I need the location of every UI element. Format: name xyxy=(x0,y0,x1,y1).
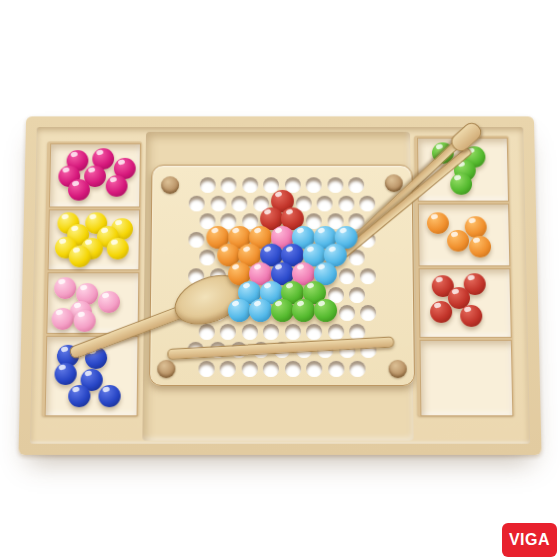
tray-bead-orange xyxy=(447,230,469,252)
peg-hole xyxy=(350,361,366,377)
peg-hole xyxy=(242,177,258,193)
peg-hole xyxy=(189,195,205,211)
tray-bead-pink xyxy=(54,277,76,299)
tray-bead-green xyxy=(450,173,472,194)
tray-bead-yellow xyxy=(69,246,91,268)
peg-hole xyxy=(198,361,214,377)
peg-hole xyxy=(242,324,258,340)
tray-bead-red xyxy=(430,301,452,323)
tray-compartment-magenta xyxy=(49,143,141,207)
bead-green xyxy=(292,299,315,322)
peg-hole xyxy=(188,232,204,248)
bead-green xyxy=(313,299,336,322)
tray-bead-blue xyxy=(98,385,121,407)
viga-logo-text: VIGA xyxy=(509,531,550,549)
tray-bead-orange xyxy=(427,212,449,234)
peg-hole xyxy=(339,305,355,321)
peg-hole xyxy=(200,177,216,193)
tray-bead-magenta xyxy=(106,175,128,196)
peg-hole xyxy=(306,324,322,340)
peg-hole xyxy=(327,177,343,193)
peg-hole xyxy=(285,361,301,377)
peg-hole xyxy=(349,177,365,193)
viga-logo: VIGA xyxy=(502,523,557,557)
peg-hole xyxy=(349,287,365,303)
bead-light-blue xyxy=(249,299,272,322)
peg-hole xyxy=(220,361,236,377)
peg-hole xyxy=(199,250,215,266)
tray-bead-magenta xyxy=(68,179,90,200)
tray-bead-yellow xyxy=(107,238,129,260)
tray-compartment-orange xyxy=(418,204,510,267)
dowel-peg-bottom-left xyxy=(157,360,175,378)
peg-hole xyxy=(210,195,226,211)
dowel-peg-top-right xyxy=(385,174,403,192)
tray-bead-blue xyxy=(68,385,91,407)
peg-hole xyxy=(241,361,257,377)
peg-hole xyxy=(285,324,301,340)
peg-hole xyxy=(263,361,279,377)
tray-bead-orange xyxy=(469,236,491,258)
peg-hole xyxy=(360,305,376,321)
tray-compartment-empty xyxy=(419,340,513,416)
wooden-tray xyxy=(18,116,541,455)
peg-hole xyxy=(198,324,214,340)
peg-hole xyxy=(338,268,354,284)
peg-hole xyxy=(317,195,333,211)
tray-compartment-yellow xyxy=(48,209,141,270)
peg-hole xyxy=(263,324,279,340)
peg-hole xyxy=(221,177,237,193)
peg-hole xyxy=(306,361,322,377)
peg-hole xyxy=(306,177,322,193)
dowel-peg-top-left xyxy=(161,176,179,194)
peg-hole xyxy=(360,268,376,284)
peg-hole xyxy=(338,195,354,211)
dowel-peg-bottom-right xyxy=(389,360,407,378)
tray-compartment-red xyxy=(419,268,512,338)
tray-bead-red xyxy=(460,305,482,327)
bead-light-blue xyxy=(227,299,250,322)
peg-hole xyxy=(231,195,247,211)
peg-hole xyxy=(328,324,344,340)
tray-bead-blue xyxy=(54,363,77,385)
peg-hole xyxy=(328,361,344,377)
tray-bead-orange xyxy=(465,216,487,238)
peg-hole xyxy=(220,324,236,340)
peg-hole xyxy=(359,195,375,211)
bead-green xyxy=(270,299,293,322)
